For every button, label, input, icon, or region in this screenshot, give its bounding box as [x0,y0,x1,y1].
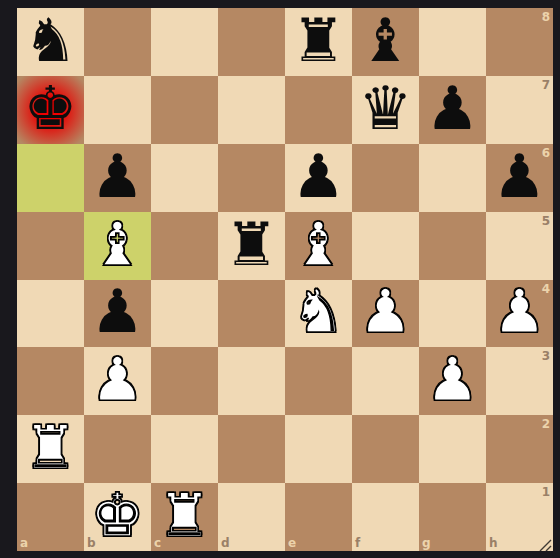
piece-black-rook[interactable]: ♜ [292,10,346,70]
piece-white-rook[interactable]: ♜ [24,417,78,477]
board-resize-handle-icon[interactable] [539,537,552,550]
rank-label-8: 8 [542,11,550,23]
square-a7[interactable]: ♚ [17,76,84,144]
square-a4[interactable] [17,280,84,348]
rank-label-4: 4 [542,283,550,295]
square-d5[interactable]: ♜ [218,212,285,280]
square-f3[interactable] [352,347,419,415]
square-c1[interactable]: ♜c [151,483,218,551]
file-label-h: h [489,537,498,549]
square-a8[interactable]: ♞ [17,8,84,76]
square-c7[interactable] [151,76,218,144]
square-c2[interactable] [151,415,218,483]
piece-white-pawn[interactable]: ♟ [91,349,145,409]
square-g2[interactable] [419,415,486,483]
file-label-a: a [20,537,28,549]
square-a3[interactable] [17,347,84,415]
rank-label-6: 6 [542,147,550,159]
square-g8[interactable] [419,8,486,76]
square-d8[interactable] [218,8,285,76]
piece-black-rook[interactable]: ♜ [225,214,279,274]
square-g6[interactable] [419,144,486,212]
piece-white-pawn[interactable]: ♟ [493,281,547,341]
square-b3[interactable]: ♟ [84,347,151,415]
piece-white-knight[interactable]: ♞ [292,281,346,341]
square-g3[interactable]: ♟ [419,347,486,415]
square-h4[interactable]: ♟4 [486,280,553,348]
square-e4[interactable]: ♞ [285,280,352,348]
square-e7[interactable] [285,76,352,144]
square-c3[interactable] [151,347,218,415]
square-b7[interactable] [84,76,151,144]
square-h3[interactable]: 3 [486,347,553,415]
square-a1[interactable]: a [17,483,84,551]
square-c8[interactable] [151,8,218,76]
square-d4[interactable] [218,280,285,348]
file-label-d: d [221,537,230,549]
square-b6[interactable]: ♟ [84,144,151,212]
square-h5[interactable]: 5 [486,212,553,280]
square-d7[interactable] [218,76,285,144]
piece-black-bishop[interactable]: ♝ [359,10,413,70]
square-f6[interactable] [352,144,419,212]
square-g7[interactable]: ♟ [419,76,486,144]
square-c4[interactable] [151,280,218,348]
square-f5[interactable] [352,212,419,280]
square-a6[interactable] [17,144,84,212]
file-label-b: b [87,537,96,549]
piece-black-knight[interactable]: ♞ [24,10,78,70]
square-b4[interactable]: ♟ [84,280,151,348]
square-h1[interactable]: 1h [486,483,553,551]
square-f7[interactable]: ♛ [352,76,419,144]
piece-white-pawn[interactable]: ♟ [426,349,480,409]
rank-label-3: 3 [542,350,550,362]
square-c5[interactable] [151,212,218,280]
square-b2[interactable] [84,415,151,483]
square-e5[interactable]: ♝ [285,212,352,280]
piece-black-pawn[interactable]: ♟ [91,146,145,206]
piece-black-pawn[interactable]: ♟ [493,146,547,206]
piece-black-pawn[interactable]: ♟ [426,78,480,138]
piece-black-king[interactable]: ♚ [24,78,78,138]
square-h6[interactable]: ♟6 [486,144,553,212]
piece-white-pawn[interactable]: ♟ [359,281,413,341]
square-b1[interactable]: ♚b [84,483,151,551]
rank-label-5: 5 [542,215,550,227]
piece-black-queen[interactable]: ♛ [359,78,413,138]
file-label-f: f [355,537,360,549]
rank-label-2: 2 [542,418,550,430]
file-label-c: c [154,537,161,549]
square-b8[interactable] [84,8,151,76]
piece-white-rook[interactable]: ♜ [158,485,212,545]
square-a2[interactable]: ♜ [17,415,84,483]
square-d3[interactable] [218,347,285,415]
piece-white-bishop[interactable]: ♝ [292,214,346,274]
square-d6[interactable] [218,144,285,212]
square-g4[interactable] [419,280,486,348]
square-e1[interactable]: e [285,483,352,551]
square-a5[interactable] [17,212,84,280]
square-h7[interactable]: 7 [486,76,553,144]
square-f2[interactable] [352,415,419,483]
square-h2[interactable]: 2 [486,415,553,483]
square-e8[interactable]: ♜ [285,8,352,76]
square-e6[interactable]: ♟ [285,144,352,212]
square-g5[interactable] [419,212,486,280]
square-h8[interactable]: 8 [486,8,553,76]
piece-black-pawn[interactable]: ♟ [292,146,346,206]
square-e2[interactable] [285,415,352,483]
piece-white-bishop[interactable]: ♝ [91,214,145,274]
square-d2[interactable] [218,415,285,483]
square-c6[interactable] [151,144,218,212]
square-f1[interactable]: f [352,483,419,551]
rank-label-1: 1 [542,486,550,498]
square-b5[interactable]: ♝ [84,212,151,280]
piece-black-pawn[interactable]: ♟ [91,281,145,341]
rank-label-7: 7 [542,79,550,91]
square-d1[interactable]: d [218,483,285,551]
square-g1[interactable]: g [419,483,486,551]
file-label-e: e [288,537,296,549]
square-e3[interactable] [285,347,352,415]
file-label-g: g [422,537,431,549]
square-f8[interactable]: ♝ [352,8,419,76]
square-f4[interactable]: ♟ [352,280,419,348]
chess-board: ♞♜♝8♚♛♟7♟♟♟6♝♜♝5♟♞♟♟4♟♟3♜2a♚b♜cdefg1h [17,8,553,551]
piece-white-king[interactable]: ♚ [91,485,145,545]
